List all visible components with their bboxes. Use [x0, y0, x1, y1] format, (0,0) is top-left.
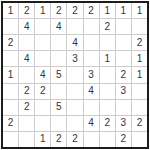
cell-r6c9[interactable] — [132, 84, 147, 99]
cell-r7c8[interactable] — [116, 100, 131, 115]
cell-r1c6[interactable]: 2 — [84, 3, 99, 18]
cell-r8c2[interactable] — [19, 116, 34, 131]
cell-r5c1[interactable]: 1 — [3, 67, 18, 82]
cell-r1c3[interactable]: 1 — [35, 3, 50, 18]
cell-r3c5[interactable]: 4 — [67, 35, 82, 50]
cell-r2c1[interactable] — [3, 19, 18, 34]
cell-r8c6[interactable]: 4 — [84, 116, 99, 131]
cell-r2c8[interactable] — [116, 19, 131, 34]
cell-r8c3[interactable] — [35, 116, 50, 131]
cell-r1c7[interactable]: 1 — [100, 3, 115, 18]
cell-r6c2[interactable]: 2 — [19, 84, 34, 99]
cell-r6c5[interactable] — [67, 84, 82, 99]
cell-r3c2[interactable] — [19, 35, 34, 50]
cell-r7c7[interactable] — [100, 100, 115, 115]
cell-r7c6[interactable] — [84, 100, 99, 115]
cell-r9c6[interactable] — [84, 132, 99, 147]
cell-r2c2[interactable]: 4 — [19, 19, 34, 34]
cell-r8c9[interactable]: 2 — [132, 116, 147, 131]
cell-r7c4[interactable]: 5 — [51, 100, 66, 115]
cell-r1c4[interactable]: 2 — [51, 3, 66, 18]
cell-r3c6[interactable] — [84, 35, 99, 50]
cell-r4c2[interactable]: 4 — [19, 51, 34, 66]
cell-r4c3[interactable] — [35, 51, 50, 66]
cell-r9c2[interactable] — [19, 132, 34, 147]
cell-r4c7[interactable]: 1 — [100, 51, 115, 66]
cell-r5c5[interactable] — [67, 67, 82, 82]
cell-r5c7[interactable] — [100, 67, 115, 82]
cell-r5c8[interactable]: 2 — [116, 67, 131, 82]
cell-r1c5[interactable]: 2 — [67, 3, 82, 18]
cell-r9c1[interactable] — [3, 132, 18, 147]
cell-r6c7[interactable] — [100, 84, 115, 99]
cell-r8c8[interactable]: 3 — [116, 116, 131, 131]
cell-r6c6[interactable]: 4 — [84, 84, 99, 99]
cell-r5c9[interactable]: 1 — [132, 67, 147, 82]
cell-r3c3[interactable] — [35, 35, 50, 50]
cell-r8c4[interactable] — [51, 116, 66, 131]
cell-r4c6[interactable] — [84, 51, 99, 66]
cell-r8c1[interactable]: 2 — [3, 116, 18, 131]
cell-r8c5[interactable] — [67, 116, 82, 131]
cell-r3c1[interactable]: 2 — [3, 35, 18, 50]
cell-r7c1[interactable] — [3, 100, 18, 115]
cell-r2c9[interactable] — [132, 19, 147, 34]
cell-r2c6[interactable] — [84, 19, 99, 34]
cell-r2c7[interactable]: 2 — [100, 19, 115, 34]
cell-r6c3[interactable]: 2 — [35, 84, 50, 99]
cell-r7c9[interactable] — [132, 100, 147, 115]
cell-r2c4[interactable]: 4 — [51, 19, 66, 34]
cell-r6c4[interactable] — [51, 84, 66, 99]
cell-r7c2[interactable]: 2 — [19, 100, 34, 115]
cell-r4c4[interactable] — [51, 51, 66, 66]
cell-r9c7[interactable] — [100, 132, 115, 147]
cell-r5c4[interactable]: 5 — [51, 67, 66, 82]
puzzle-board: 1212221114422424311145321224325242321222 — [1, 1, 149, 149]
cell-r9c5[interactable]: 2 — [67, 132, 82, 147]
cell-r5c6[interactable]: 3 — [84, 67, 99, 82]
cell-r8c7[interactable]: 2 — [100, 116, 115, 131]
cell-r4c9[interactable]: 1 — [132, 51, 147, 66]
cell-r2c3[interactable] — [35, 19, 50, 34]
cell-r4c8[interactable] — [116, 51, 131, 66]
cell-r5c2[interactable] — [19, 67, 34, 82]
cell-r1c1[interactable]: 1 — [3, 3, 18, 18]
cell-r6c1[interactable] — [3, 84, 18, 99]
cell-r1c8[interactable]: 1 — [116, 3, 131, 18]
cell-r7c3[interactable] — [35, 100, 50, 115]
cell-r9c9[interactable] — [132, 132, 147, 147]
cell-r3c8[interactable] — [116, 35, 131, 50]
cell-r4c5[interactable]: 3 — [67, 51, 82, 66]
cell-r3c9[interactable]: 2 — [132, 35, 147, 50]
cell-r1c2[interactable]: 2 — [19, 3, 34, 18]
cell-r9c4[interactable]: 2 — [51, 132, 66, 147]
cell-r2c5[interactable] — [67, 19, 82, 34]
cell-r3c4[interactable] — [51, 35, 66, 50]
cell-r6c8[interactable]: 3 — [116, 84, 131, 99]
cell-r7c5[interactable] — [67, 100, 82, 115]
cell-r9c3[interactable]: 1 — [35, 132, 50, 147]
cell-r5c3[interactable]: 4 — [35, 67, 50, 82]
cell-r4c1[interactable] — [3, 51, 18, 66]
cell-r1c9[interactable]: 1 — [132, 3, 147, 18]
cell-r9c8[interactable]: 2 — [116, 132, 131, 147]
cell-r3c7[interactable] — [100, 35, 115, 50]
